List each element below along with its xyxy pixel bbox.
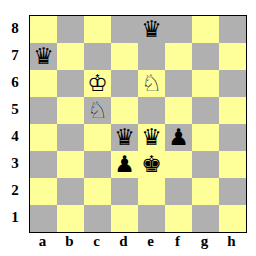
file-label-f: f — [164, 232, 191, 250]
file-label-d: d — [110, 232, 137, 250]
square-b7[interactable] — [57, 43, 84, 70]
rank-label-8: 8 — [4, 15, 26, 42]
piece-wn-c5: ♘ — [87, 97, 108, 124]
square-a2[interactable] — [30, 178, 57, 205]
square-h4[interactable] — [219, 124, 246, 151]
square-d6[interactable] — [111, 70, 138, 97]
square-a4[interactable] — [30, 124, 57, 151]
file-label-b: b — [56, 232, 83, 250]
square-b6[interactable] — [57, 70, 84, 97]
file-label-e: e — [137, 232, 164, 250]
file-label-c: c — [83, 232, 110, 250]
square-d7[interactable] — [111, 43, 138, 70]
square-c8[interactable] — [84, 16, 111, 43]
piece-bq-a7: ♛ — [33, 43, 54, 70]
square-h8[interactable] — [219, 16, 246, 43]
square-g4[interactable] — [192, 124, 219, 151]
square-e8[interactable]: ♛ — [138, 16, 165, 43]
square-e2[interactable] — [138, 178, 165, 205]
square-g3[interactable] — [192, 151, 219, 178]
square-f3[interactable] — [165, 151, 192, 178]
square-f1[interactable] — [165, 205, 192, 232]
square-g6[interactable] — [192, 70, 219, 97]
file-label-h: h — [218, 232, 245, 250]
square-a6[interactable] — [30, 70, 57, 97]
square-e1[interactable] — [138, 205, 165, 232]
piece-bq-e4: ♛ — [141, 124, 162, 151]
square-f2[interactable] — [165, 178, 192, 205]
square-d4[interactable]: ♛ — [111, 124, 138, 151]
piece-wn-e6: ♘ — [141, 70, 162, 97]
square-g5[interactable] — [192, 97, 219, 124]
square-f6[interactable] — [165, 70, 192, 97]
square-d3[interactable]: ♟ — [111, 151, 138, 178]
square-h6[interactable] — [219, 70, 246, 97]
square-e7[interactable] — [138, 43, 165, 70]
square-c6[interactable]: ♔ — [84, 70, 111, 97]
file-label-g: g — [191, 232, 218, 250]
square-h2[interactable] — [219, 178, 246, 205]
square-f4[interactable]: ♟ — [165, 124, 192, 151]
square-g8[interactable] — [192, 16, 219, 43]
square-g2[interactable] — [192, 178, 219, 205]
square-e6[interactable]: ♘ — [138, 70, 165, 97]
square-a7[interactable]: ♛ — [30, 43, 57, 70]
square-h3[interactable] — [219, 151, 246, 178]
square-e3[interactable]: ♚ — [138, 151, 165, 178]
square-g7[interactable] — [192, 43, 219, 70]
square-g1[interactable] — [192, 205, 219, 232]
piece-bp-f4: ♟ — [168, 124, 189, 151]
square-a3[interactable] — [30, 151, 57, 178]
square-c7[interactable] — [84, 43, 111, 70]
square-e5[interactable] — [138, 97, 165, 124]
piece-bq-e8: ♛ — [141, 16, 162, 43]
square-d2[interactable] — [111, 178, 138, 205]
piece-bq-d4: ♛ — [114, 124, 135, 151]
file-label-a: a — [29, 232, 56, 250]
square-c2[interactable] — [84, 178, 111, 205]
square-c1[interactable] — [84, 205, 111, 232]
square-f8[interactable] — [165, 16, 192, 43]
rank-label-2: 2 — [4, 177, 26, 204]
square-d8[interactable] — [111, 16, 138, 43]
square-c4[interactable] — [84, 124, 111, 151]
square-c3[interactable] — [84, 151, 111, 178]
square-h7[interactable] — [219, 43, 246, 70]
square-b5[interactable] — [57, 97, 84, 124]
chess-diagram: ♛♛♔♘♘♛♛♟♟♚ 87654321 abcdefgh — [0, 0, 256, 256]
rank-label-3: 3 — [4, 150, 26, 177]
square-b1[interactable] — [57, 205, 84, 232]
square-b3[interactable] — [57, 151, 84, 178]
piece-bk-e3: ♚ — [141, 151, 162, 178]
square-e4[interactable]: ♛ — [138, 124, 165, 151]
square-h1[interactable] — [219, 205, 246, 232]
piece-wk-c6: ♔ — [87, 70, 108, 97]
square-a5[interactable] — [30, 97, 57, 124]
square-d1[interactable] — [111, 205, 138, 232]
square-c5[interactable]: ♘ — [84, 97, 111, 124]
rank-label-4: 4 — [4, 123, 26, 150]
rank-label-7: 7 — [4, 42, 26, 69]
square-b2[interactable] — [57, 178, 84, 205]
rank-label-1: 1 — [4, 204, 26, 231]
rank-label-5: 5 — [4, 96, 26, 123]
square-h5[interactable] — [219, 97, 246, 124]
square-f5[interactable] — [165, 97, 192, 124]
square-a1[interactable] — [30, 205, 57, 232]
chess-board: ♛♛♔♘♘♛♛♟♟♚ — [29, 15, 247, 233]
square-b4[interactable] — [57, 124, 84, 151]
square-f7[interactable] — [165, 43, 192, 70]
square-a8[interactable] — [30, 16, 57, 43]
piece-bp-d3: ♟ — [114, 151, 135, 178]
square-b8[interactable] — [57, 16, 84, 43]
rank-label-6: 6 — [4, 69, 26, 96]
square-d5[interactable] — [111, 97, 138, 124]
